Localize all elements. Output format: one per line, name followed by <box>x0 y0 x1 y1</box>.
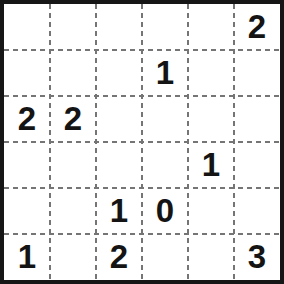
clue-number: 3 <box>248 240 266 273</box>
clue-number: 1 <box>156 56 174 89</box>
cell-r2c4[interactable]: 1 <box>142 50 188 96</box>
cell-r1c1[interactable] <box>4 4 50 50</box>
clue-number: 2 <box>64 102 82 135</box>
cell-r5c6[interactable] <box>234 188 280 234</box>
cell-r5c3[interactable]: 1 <box>96 188 142 234</box>
cell-r3c6[interactable] <box>234 96 280 142</box>
cell-r6c5[interactable] <box>188 234 234 280</box>
cell-r4c6[interactable] <box>234 142 280 188</box>
cell-r5c2[interactable] <box>50 188 96 234</box>
clue-number: 2 <box>248 10 266 43</box>
clue-number: 1 <box>110 194 128 227</box>
cell-r6c3[interactable]: 2 <box>96 234 142 280</box>
cell-r5c5[interactable] <box>188 188 234 234</box>
cell-r3c3[interactable] <box>96 96 142 142</box>
cell-r1c2[interactable] <box>50 4 96 50</box>
cell-r3c5[interactable] <box>188 96 234 142</box>
clue-number: 1 <box>202 148 220 181</box>
clue-number: 1 <box>18 240 36 273</box>
cell-r2c2[interactable] <box>50 50 96 96</box>
cell-r4c4[interactable] <box>142 142 188 188</box>
clue-number: 2 <box>110 240 128 273</box>
cell-r3c2[interactable]: 2 <box>50 96 96 142</box>
cell-r3c1[interactable]: 2 <box>4 96 50 142</box>
cell-r6c2[interactable] <box>50 234 96 280</box>
cell-r3c4[interactable] <box>142 96 188 142</box>
clue-number: 0 <box>156 194 174 227</box>
cell-r1c3[interactable] <box>96 4 142 50</box>
board-cells: 2122110123 <box>4 4 280 280</box>
cell-r2c5[interactable] <box>188 50 234 96</box>
cell-r4c5[interactable]: 1 <box>188 142 234 188</box>
clue-number: 2 <box>18 102 36 135</box>
cell-r6c6[interactable]: 3 <box>234 234 280 280</box>
cell-r6c1[interactable]: 1 <box>4 234 50 280</box>
cell-r1c5[interactable] <box>188 4 234 50</box>
puzzle-board: 2122110123 <box>0 0 284 284</box>
cell-r4c1[interactable] <box>4 142 50 188</box>
cell-r2c3[interactable] <box>96 50 142 96</box>
cell-r4c2[interactable] <box>50 142 96 188</box>
cell-r1c4[interactable] <box>142 4 188 50</box>
cell-r4c3[interactable] <box>96 142 142 188</box>
cell-r2c6[interactable] <box>234 50 280 96</box>
cell-r2c1[interactable] <box>4 50 50 96</box>
cell-r5c1[interactable] <box>4 188 50 234</box>
cell-r6c4[interactable] <box>142 234 188 280</box>
cell-r5c4[interactable]: 0 <box>142 188 188 234</box>
cell-r1c6[interactable]: 2 <box>234 4 280 50</box>
